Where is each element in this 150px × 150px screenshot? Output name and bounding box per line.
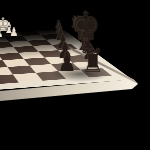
- chess-piece-white-pawn[interactable]: ♟: [0, 27, 3, 39]
- pieces-layer: ♜♚♝♟♟♟♟♟♟♟♟♝♛♚♝♞♜: [0, 0, 150, 150]
- chess-piece-white-pawn[interactable]: ♟: [10, 26, 19, 38]
- chess-piece-black-rook[interactable]: ♜: [81, 45, 105, 77]
- photo-stage: ♜♚♝♟♟♟♟♟♟♟♟♝♛♚♝♞♜: [0, 0, 150, 150]
